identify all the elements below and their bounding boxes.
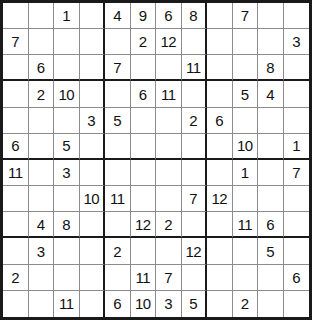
cell-r6c5-empty[interactable] [105, 134, 131, 160]
cell-r4c4-empty[interactable] [80, 81, 106, 107]
cell-r6c12-given: 1 [284, 134, 310, 160]
cell-r2c3-empty[interactable] [54, 29, 80, 55]
cell-r2c11-empty[interactable] [258, 29, 284, 55]
cell-r4c1-empty[interactable] [3, 81, 29, 107]
cell-r3c5-given: 7 [105, 55, 131, 81]
cell-r11c12-given: 6 [284, 265, 310, 291]
cell-r4c9-empty[interactable] [207, 81, 233, 107]
cell-r7c1-given: 11 [3, 160, 29, 186]
cell-r3c3-empty[interactable] [54, 55, 80, 81]
cell-r8c8-given: 7 [182, 186, 208, 212]
cell-r10c7-empty[interactable] [156, 238, 182, 264]
cell-r5c9-given: 6 [207, 108, 233, 134]
cell-r12c3-given: 11 [54, 291, 80, 317]
cell-r12c5-given: 6 [105, 291, 131, 317]
cell-r12c9-empty[interactable] [207, 291, 233, 317]
cell-r5c1-empty[interactable] [3, 108, 29, 134]
cell-r5c12-empty[interactable] [284, 108, 310, 134]
cell-r3c2-given: 6 [29, 55, 55, 81]
cell-r7c6-empty[interactable] [131, 160, 157, 186]
cell-r8c12-empty[interactable] [284, 186, 310, 212]
cell-r1c5-given: 4 [105, 3, 131, 29]
cell-r4c10-given: 5 [233, 81, 259, 107]
cell-r6c11-empty[interactable] [258, 134, 284, 160]
cell-r12c7-given: 3 [156, 291, 182, 317]
cell-r2c12-given: 3 [284, 29, 310, 55]
cell-r1c8-given: 8 [182, 3, 208, 29]
sudoku-grid: 1496877212367118210611543526651011131710… [3, 3, 309, 317]
cell-r4c6-given: 6 [131, 81, 157, 107]
cell-r11c3-empty[interactable] [54, 265, 80, 291]
cell-r2c6-given: 2 [131, 29, 157, 55]
cell-r12c10-given: 2 [233, 291, 259, 317]
cell-r12c12-empty[interactable] [284, 291, 310, 317]
cell-r11c8-empty[interactable] [182, 265, 208, 291]
cell-r5c11-empty[interactable] [258, 108, 284, 134]
cell-r8c5-given: 11 [105, 186, 131, 212]
cell-r4c12-empty[interactable] [284, 81, 310, 107]
cell-r4c2-given: 2 [29, 81, 55, 107]
cell-r9c8-empty[interactable] [182, 212, 208, 238]
cell-r7c7-empty[interactable] [156, 160, 182, 186]
cell-r5c10-empty[interactable] [233, 108, 259, 134]
cell-r9c1-empty[interactable] [3, 212, 29, 238]
cell-r1c1-empty[interactable] [3, 3, 29, 29]
cell-r10c8-given: 12 [182, 238, 208, 264]
cell-r2c4-empty[interactable] [80, 29, 106, 55]
cell-r11c9-empty[interactable] [207, 265, 233, 291]
cell-r8c4-given: 10 [80, 186, 106, 212]
cell-r12c6-given: 10 [131, 291, 157, 317]
cell-r11c10-empty[interactable] [233, 265, 259, 291]
cell-r5c6-empty[interactable] [131, 108, 157, 134]
cell-r3c7-empty[interactable] [156, 55, 182, 81]
cell-r8c7-empty[interactable] [156, 186, 182, 212]
cell-r7c4-empty[interactable] [80, 160, 106, 186]
cell-r9c6-given: 12 [131, 212, 157, 238]
cell-r9c9-empty[interactable] [207, 212, 233, 238]
cell-r7c11-empty[interactable] [258, 160, 284, 186]
cell-r8c2-empty[interactable] [29, 186, 55, 212]
cell-r3c12-empty[interactable] [284, 55, 310, 81]
cell-r1c6-given: 9 [131, 3, 157, 29]
cell-r5c5-given: 5 [105, 108, 131, 134]
cell-r3c6-empty[interactable] [131, 55, 157, 81]
cell-r10c9-empty[interactable] [207, 238, 233, 264]
cell-r4c5-empty[interactable] [105, 81, 131, 107]
cell-r9c7-given: 2 [156, 212, 182, 238]
cell-r6c10-given: 10 [233, 134, 259, 160]
cell-r5c3-empty[interactable] [54, 108, 80, 134]
cell-r10c11-given: 5 [258, 238, 284, 264]
cell-r5c8-given: 2 [182, 108, 208, 134]
cell-r5c7-empty[interactable] [156, 108, 182, 134]
sudoku-board: 1496877212367118210611543526651011131710… [0, 0, 312, 320]
cell-r10c6-empty[interactable] [131, 238, 157, 264]
cell-r1c3-given: 1 [54, 3, 80, 29]
cell-r4c8-empty[interactable] [182, 81, 208, 107]
cell-r7c8-empty[interactable] [182, 160, 208, 186]
cell-r10c3-empty[interactable] [54, 238, 80, 264]
cell-r11c5-empty[interactable] [105, 265, 131, 291]
cell-r8c1-empty[interactable] [3, 186, 29, 212]
cell-r9c5-empty[interactable] [105, 212, 131, 238]
cell-r6c2-empty[interactable] [29, 134, 55, 160]
cell-r11c2-empty[interactable] [29, 265, 55, 291]
cell-r4c7-given: 11 [156, 81, 182, 107]
cell-r8c9-given: 12 [207, 186, 233, 212]
cell-r12c4-empty[interactable] [80, 291, 106, 317]
cell-r8c10-empty[interactable] [233, 186, 259, 212]
cell-r6c4-empty[interactable] [80, 134, 106, 160]
cell-r2c10-empty[interactable] [233, 29, 259, 55]
cell-r7c3-given: 3 [54, 160, 80, 186]
cell-r11c11-empty[interactable] [258, 265, 284, 291]
cell-r3c10-empty[interactable] [233, 55, 259, 81]
cell-r1c4-empty[interactable] [80, 3, 106, 29]
cell-r11c4-empty[interactable] [80, 265, 106, 291]
cell-r10c4-empty[interactable] [80, 238, 106, 264]
cell-r1c11-empty[interactable] [258, 3, 284, 29]
cell-r10c12-empty[interactable] [284, 238, 310, 264]
cell-r1c9-empty[interactable] [207, 3, 233, 29]
cell-r5c2-empty[interactable] [29, 108, 55, 134]
cell-r1c12-empty[interactable] [284, 3, 310, 29]
cell-r10c1-empty[interactable] [3, 238, 29, 264]
cell-r7c10-given: 1 [233, 160, 259, 186]
cell-r9c12-empty[interactable] [284, 212, 310, 238]
cell-r2c9-empty[interactable] [207, 29, 233, 55]
cell-r9c10-given: 11 [233, 212, 259, 238]
cell-r3c8-given: 11 [182, 55, 208, 81]
cell-r4c11-given: 4 [258, 81, 284, 107]
cell-r2c7-given: 12 [156, 29, 182, 55]
cell-r1c7-given: 6 [156, 3, 182, 29]
cell-r2c2-empty[interactable] [29, 29, 55, 55]
cell-r12c8-given: 5 [182, 291, 208, 317]
cell-r6c6-empty[interactable] [131, 134, 157, 160]
cell-r7c2-empty[interactable] [29, 160, 55, 186]
cell-r10c2-given: 3 [29, 238, 55, 264]
cell-r11c6-given: 11 [131, 265, 157, 291]
cell-r2c1-given: 7 [3, 29, 29, 55]
cell-r3c11-given: 8 [258, 55, 284, 81]
cell-r5c4-given: 3 [80, 108, 106, 134]
cell-r6c9-empty[interactable] [207, 134, 233, 160]
cell-r6c7-empty[interactable] [156, 134, 182, 160]
cell-r12c1-empty[interactable] [3, 291, 29, 317]
cell-r10c10-empty[interactable] [233, 238, 259, 264]
cell-r3c4-empty[interactable] [80, 55, 106, 81]
cell-r1c10-given: 7 [233, 3, 259, 29]
cell-r2c8-empty[interactable] [182, 29, 208, 55]
cell-r9c4-empty[interactable] [80, 212, 106, 238]
cell-r12c11-empty[interactable] [258, 291, 284, 317]
cell-r10c5-given: 2 [105, 238, 131, 264]
cell-r3c1-empty[interactable] [3, 55, 29, 81]
cell-r3c9-empty[interactable] [207, 55, 233, 81]
cell-r6c1-given: 6 [3, 134, 29, 160]
cell-r4c3-given: 10 [54, 81, 80, 107]
cell-r11c1-given: 2 [3, 265, 29, 291]
cell-r9c3-given: 8 [54, 212, 80, 238]
cell-r8c11-empty[interactable] [258, 186, 284, 212]
cell-r7c9-empty[interactable] [207, 160, 233, 186]
cell-r8c6-empty[interactable] [131, 186, 157, 212]
cell-r6c3-given: 5 [54, 134, 80, 160]
cell-r6c8-empty[interactable] [182, 134, 208, 160]
cell-r1c2-empty[interactable] [29, 3, 55, 29]
cell-r11c7-given: 7 [156, 265, 182, 291]
cell-r9c2-given: 4 [29, 212, 55, 238]
cell-r7c5-empty[interactable] [105, 160, 131, 186]
cell-r2c5-empty[interactable] [105, 29, 131, 55]
cell-r12c2-empty[interactable] [29, 291, 55, 317]
cell-r7c12-given: 7 [284, 160, 310, 186]
cell-r8c3-empty[interactable] [54, 186, 80, 212]
cell-r9c11-given: 6 [258, 212, 284, 238]
